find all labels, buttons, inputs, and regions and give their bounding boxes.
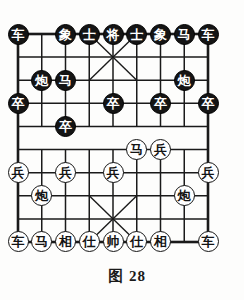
piece-red-pawn: 兵 (55, 162, 76, 183)
figure-caption: 图 28 (0, 267, 244, 286)
piece-red-pawn: 兵 (198, 162, 219, 183)
piece-black-horse: 马 (174, 24, 195, 45)
piece-red-horse: 马 (126, 139, 147, 160)
piece-black-cannon: 炮 (174, 70, 195, 91)
piece-black-general: 将 (103, 24, 124, 45)
piece-black-pawn: 卒 (103, 93, 124, 114)
piece-black-elephant: 象 (55, 24, 76, 45)
piece-red-chariot: 车 (198, 231, 219, 252)
piece-black-advisor: 士 (79, 24, 100, 45)
piece-black-cannon: 炮 (31, 70, 52, 91)
piece-black-pawn: 卒 (150, 93, 171, 114)
piece-red-pawn: 兵 (150, 139, 171, 160)
piece-red-horse: 马 (31, 231, 52, 252)
piece-red-pawn: 兵 (8, 162, 29, 183)
piece-red-pawn: 兵 (103, 162, 124, 183)
piece-black-elephant: 象 (150, 24, 171, 45)
piece-red-advisor: 仕 (79, 231, 100, 252)
piece-red-chariot: 车 (8, 231, 29, 252)
book-figure-page: 车象士将士象马车炮马炮卒卒卒卒卒马兵兵兵兵兵炮炮车马相仕帅仕相车 图 28 (0, 0, 244, 300)
piece-red-cannon: 炮 (31, 185, 52, 206)
piece-black-chariot: 车 (8, 24, 29, 45)
piece-layer: 车象士将士象马车炮马炮卒卒卒卒卒马兵兵兵兵兵炮炮车马相仕帅仕相车 (6, 22, 220, 253)
piece-black-horse: 马 (55, 70, 76, 91)
piece-red-cannon: 炮 (174, 185, 195, 206)
piece-red-advisor: 仕 (126, 231, 147, 252)
piece-black-advisor: 士 (126, 24, 147, 45)
piece-black-pawn: 卒 (198, 93, 219, 114)
piece-black-pawn: 卒 (8, 93, 29, 114)
piece-red-general: 帅 (103, 231, 124, 252)
piece-black-chariot: 车 (198, 24, 219, 45)
piece-red-elephant: 相 (150, 231, 171, 252)
piece-black-pawn: 卒 (55, 116, 76, 137)
xiangqi-board: 车象士将士象马车炮马炮卒卒卒卒卒马兵兵兵兵兵炮炮车马相仕帅仕相车 (18, 34, 208, 242)
piece-red-elephant: 相 (55, 231, 76, 252)
